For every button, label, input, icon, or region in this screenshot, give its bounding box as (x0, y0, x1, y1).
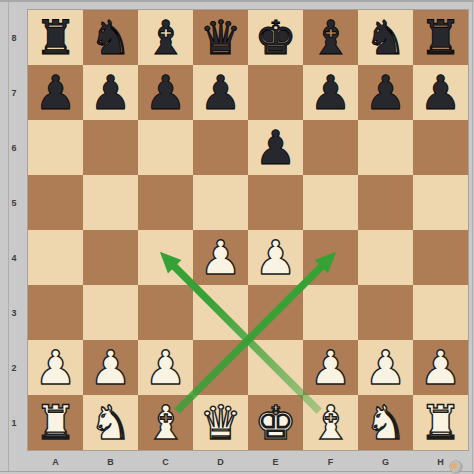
rank-label-4: 4 (0, 230, 28, 285)
file-label-b: B (83, 450, 138, 474)
rank-labels: 87654321 (0, 10, 28, 450)
square-f3[interactable] (303, 285, 358, 340)
square-h6[interactable] (413, 120, 468, 175)
piece-white-king[interactable]: ♚ (254, 395, 296, 450)
piece-white-pawn[interactable]: ♟ (199, 230, 241, 285)
square-a3[interactable] (28, 285, 83, 340)
square-b4[interactable] (83, 230, 138, 285)
square-b2[interactable]: ♟ (83, 340, 138, 395)
diagram-frame: 87654321 ♜♞♝♛♚♝♞♜♟♟♟♟♟♟♟♟♟♟♟♟♟♟♟♟♜♞♝♛♚♝♞… (0, 0, 474, 474)
square-g5[interactable] (358, 175, 413, 230)
square-e5[interactable] (248, 175, 303, 230)
piece-white-pawn[interactable]: ♟ (144, 340, 186, 395)
piece-white-pawn[interactable]: ♟ (254, 230, 296, 285)
square-a8[interactable]: ♜ (28, 10, 83, 65)
file-labels: ABCDEFGH (28, 450, 468, 474)
square-e3[interactable] (248, 285, 303, 340)
piece-black-pawn[interactable]: ♟ (254, 120, 296, 175)
square-f1[interactable]: ♝ (303, 395, 358, 450)
piece-white-pawn[interactable]: ♟ (89, 340, 131, 395)
piece-white-knight[interactable]: ♞ (89, 395, 131, 450)
square-e4[interactable]: ♟ (248, 230, 303, 285)
square-g2[interactable]: ♟ (358, 340, 413, 395)
square-h8[interactable]: ♜ (413, 10, 468, 65)
square-f5[interactable] (303, 175, 358, 230)
square-c6[interactable] (138, 120, 193, 175)
square-c1[interactable]: ♝ (138, 395, 193, 450)
square-a2[interactable]: ♟ (28, 340, 83, 395)
square-h1[interactable]: ♜ (413, 395, 468, 450)
piece-black-pawn[interactable]: ♟ (309, 65, 351, 120)
piece-black-rook[interactable]: ♜ (34, 10, 76, 65)
sphere-badge-icon (450, 461, 462, 473)
rank-label-2: 2 (0, 340, 28, 395)
square-f8[interactable]: ♝ (303, 10, 358, 65)
piece-black-pawn[interactable]: ♟ (34, 65, 76, 120)
chess-board[interactable]: ♜♞♝♛♚♝♞♜♟♟♟♟♟♟♟♟♟♟♟♟♟♟♟♟♜♞♝♛♚♝♞♜ (28, 10, 468, 450)
rank-label-6: 6 (0, 120, 28, 175)
piece-black-knight[interactable]: ♞ (89, 10, 131, 65)
file-label-c: C (138, 450, 193, 474)
square-b5[interactable] (83, 175, 138, 230)
frame-line-right (472, 0, 473, 474)
square-g1[interactable]: ♞ (358, 395, 413, 450)
square-a4[interactable] (28, 230, 83, 285)
square-h2[interactable]: ♟ (413, 340, 468, 395)
square-f4[interactable] (303, 230, 358, 285)
square-a6[interactable] (28, 120, 83, 175)
square-h7[interactable]: ♟ (413, 65, 468, 120)
rank-label-1: 1 (0, 395, 28, 450)
piece-black-pawn[interactable]: ♟ (89, 65, 131, 120)
piece-white-bishop[interactable]: ♝ (309, 395, 351, 450)
square-g4[interactable] (358, 230, 413, 285)
piece-black-pawn[interactable]: ♟ (364, 65, 406, 120)
piece-white-pawn[interactable]: ♟ (34, 340, 76, 395)
rank-label-3: 3 (0, 285, 28, 340)
square-d6[interactable] (193, 120, 248, 175)
piece-white-rook[interactable]: ♜ (419, 395, 461, 450)
square-e8[interactable]: ♚ (248, 10, 303, 65)
square-e7[interactable] (248, 65, 303, 120)
square-a5[interactable] (28, 175, 83, 230)
square-a1[interactable]: ♜ (28, 395, 83, 450)
piece-white-queen[interactable]: ♛ (199, 395, 241, 450)
square-d1[interactable]: ♛ (193, 395, 248, 450)
piece-white-pawn[interactable]: ♟ (364, 340, 406, 395)
square-g7[interactable]: ♟ (358, 65, 413, 120)
square-c4[interactable] (138, 230, 193, 285)
square-h3[interactable] (413, 285, 468, 340)
square-e6[interactable]: ♟ (248, 120, 303, 175)
square-b1[interactable]: ♞ (83, 395, 138, 450)
square-g3[interactable] (358, 285, 413, 340)
piece-black-rook[interactable]: ♜ (419, 10, 461, 65)
square-b6[interactable] (83, 120, 138, 175)
square-g6[interactable] (358, 120, 413, 175)
square-g8[interactable]: ♞ (358, 10, 413, 65)
square-b3[interactable] (83, 285, 138, 340)
frame-line-top (0, 0, 474, 2)
square-b8[interactable]: ♞ (83, 10, 138, 65)
file-label-g: G (358, 450, 413, 474)
square-c8[interactable]: ♝ (138, 10, 193, 65)
piece-black-queen[interactable]: ♛ (199, 10, 241, 65)
square-c5[interactable] (138, 175, 193, 230)
piece-black-pawn[interactable]: ♟ (144, 65, 186, 120)
square-d2[interactable] (193, 340, 248, 395)
piece-black-pawn[interactable]: ♟ (199, 65, 241, 120)
rank-label-7: 7 (0, 65, 28, 120)
square-d5[interactable] (193, 175, 248, 230)
square-d3[interactable] (193, 285, 248, 340)
file-label-f: F (303, 450, 358, 474)
square-c7[interactable]: ♟ (138, 65, 193, 120)
rank-label-8: 8 (0, 10, 28, 65)
piece-black-bishop[interactable]: ♝ (309, 10, 351, 65)
piece-black-pawn[interactable]: ♟ (419, 65, 461, 120)
piece-white-rook[interactable]: ♜ (34, 395, 76, 450)
square-c3[interactable] (138, 285, 193, 340)
square-b7[interactable]: ♟ (83, 65, 138, 120)
rank-label-5: 5 (0, 175, 28, 230)
square-d8[interactable]: ♛ (193, 10, 248, 65)
square-h5[interactable] (413, 175, 468, 230)
file-label-d: D (193, 450, 248, 474)
square-f7[interactable]: ♟ (303, 65, 358, 120)
square-d7[interactable]: ♟ (193, 65, 248, 120)
square-d4[interactable]: ♟ (193, 230, 248, 285)
piece-black-knight[interactable]: ♞ (364, 10, 406, 65)
piece-black-king[interactable]: ♚ (254, 10, 296, 65)
square-c2[interactable]: ♟ (138, 340, 193, 395)
piece-white-pawn[interactable]: ♟ (419, 340, 461, 395)
piece-white-bishop[interactable]: ♝ (144, 395, 186, 450)
square-a7[interactable]: ♟ (28, 65, 83, 120)
piece-white-pawn[interactable]: ♟ (309, 340, 351, 395)
piece-white-knight[interactable]: ♞ (364, 395, 406, 450)
square-e1[interactable]: ♚ (248, 395, 303, 450)
square-h4[interactable] (413, 230, 468, 285)
square-e2[interactable] (248, 340, 303, 395)
file-label-e: E (248, 450, 303, 474)
square-f2[interactable]: ♟ (303, 340, 358, 395)
piece-black-bishop[interactable]: ♝ (144, 10, 186, 65)
file-label-a: A (28, 450, 83, 474)
square-f6[interactable] (303, 120, 358, 175)
